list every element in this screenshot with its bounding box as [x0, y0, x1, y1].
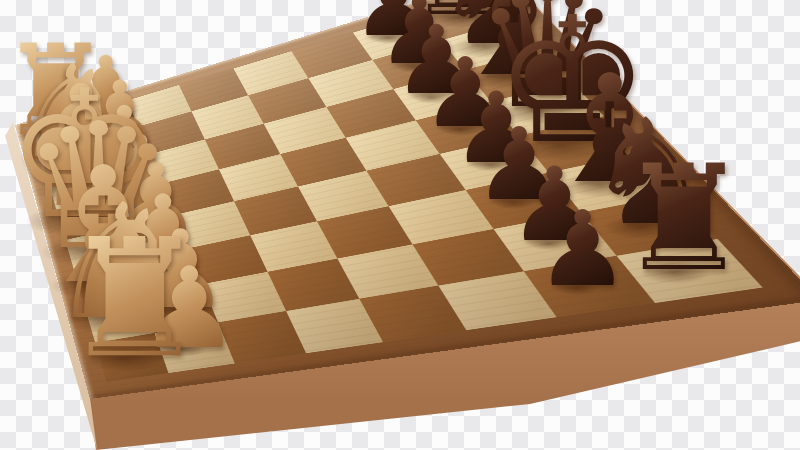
chess-set-photo: ♜♟♞♟♝♟♛♟♟♜♚♟♞♟♟♝♝♟♟♚♞♟♟♛♜♟♝♟♟♞♟♜ — [0, 0, 800, 450]
